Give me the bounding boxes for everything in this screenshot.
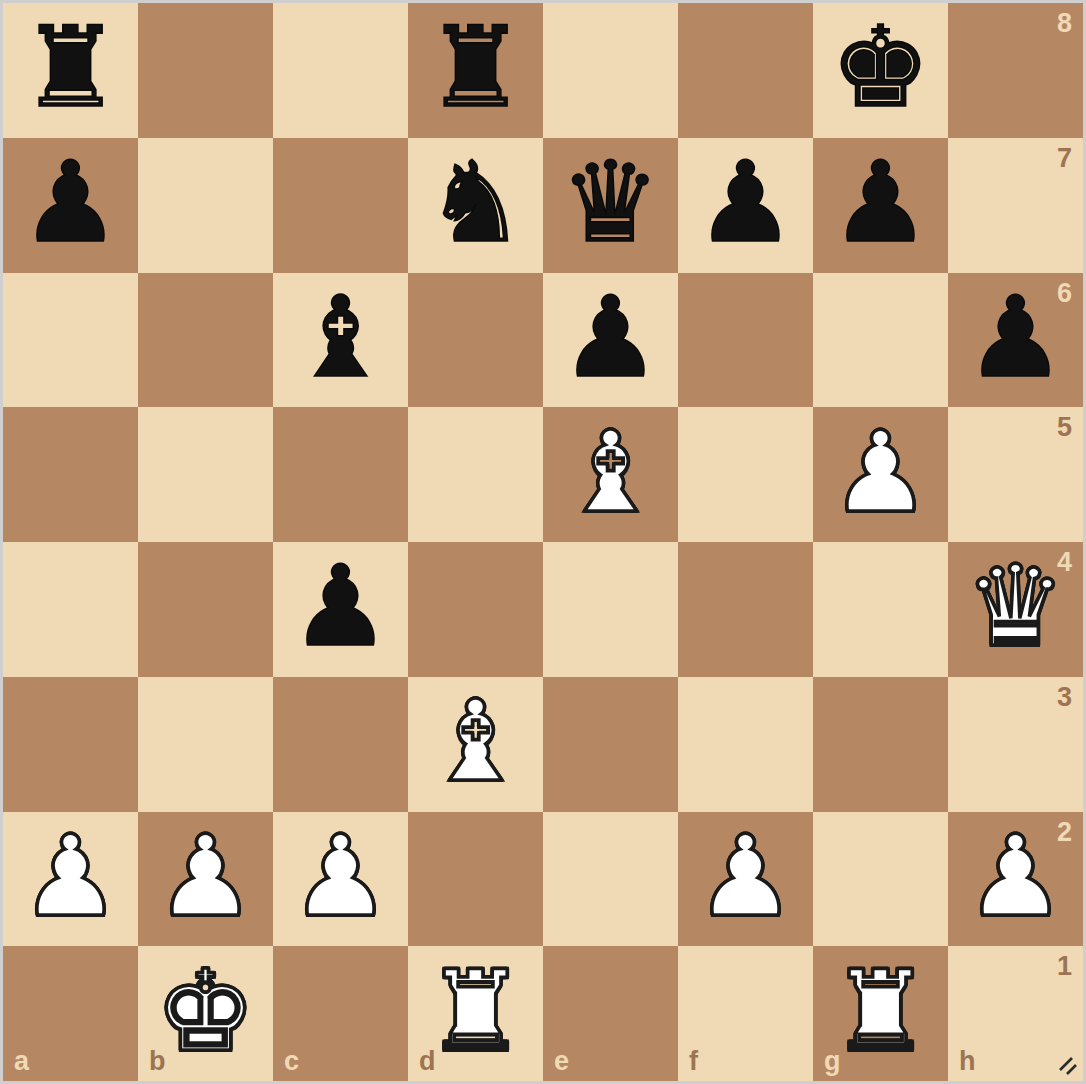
square-c4[interactable]: ♟	[273, 542, 408, 677]
square-g7[interactable]: ♟	[813, 138, 948, 273]
square-e7[interactable]: ♛	[543, 138, 678, 273]
square-b6[interactable]	[138, 273, 273, 408]
square-e8[interactable]	[543, 3, 678, 138]
square-c6[interactable]: ♝	[273, 273, 408, 408]
square-f1[interactable]: f	[678, 946, 813, 1081]
black-pawn[interactable]: ♟	[543, 273, 678, 408]
square-d4[interactable]	[408, 542, 543, 677]
square-d2[interactable]	[408, 812, 543, 947]
resize-handle-icon[interactable]	[1057, 1055, 1079, 1077]
white-king[interactable]: ♚	[138, 946, 273, 1081]
square-a5[interactable]	[3, 407, 138, 542]
square-g3[interactable]	[813, 677, 948, 812]
file-label-f: f	[689, 1048, 698, 1075]
square-d5[interactable]	[408, 407, 543, 542]
square-f8[interactable]	[678, 3, 813, 138]
square-d6[interactable]	[408, 273, 543, 408]
white-pawn[interactable]: ♟	[3, 812, 138, 947]
square-c2[interactable]: ♟	[273, 812, 408, 947]
square-e5[interactable]: ♝	[543, 407, 678, 542]
white-pawn[interactable]: ♟	[678, 812, 813, 947]
square-f4[interactable]	[678, 542, 813, 677]
square-d7[interactable]: ♞	[408, 138, 543, 273]
square-h7[interactable]: 7	[948, 138, 1083, 273]
white-rook[interactable]: ♜	[408, 946, 543, 1081]
square-g4[interactable]	[813, 542, 948, 677]
square-h6[interactable]: 6♟	[948, 273, 1083, 408]
square-a4[interactable]	[3, 542, 138, 677]
rank-label-8: 8	[1057, 10, 1072, 37]
square-a6[interactable]	[3, 273, 138, 408]
square-c8[interactable]	[273, 3, 408, 138]
white-bishop[interactable]: ♝	[408, 677, 543, 812]
black-bishop[interactable]: ♝	[273, 273, 408, 408]
square-f2[interactable]: ♟	[678, 812, 813, 947]
square-g1[interactable]: g♜	[813, 946, 948, 1081]
square-a8[interactable]: ♜	[3, 3, 138, 138]
square-a1[interactable]: a	[3, 946, 138, 1081]
square-h4[interactable]: 4♛	[948, 542, 1083, 677]
black-king[interactable]: ♚	[813, 3, 948, 138]
black-pawn[interactable]: ♟	[3, 138, 138, 273]
square-a3[interactable]	[3, 677, 138, 812]
square-b3[interactable]	[138, 677, 273, 812]
white-pawn[interactable]: ♟	[813, 407, 948, 542]
file-label-h: h	[959, 1048, 976, 1075]
square-f6[interactable]	[678, 273, 813, 408]
white-rook[interactable]: ♜	[813, 946, 948, 1081]
rank-label-7: 7	[1057, 145, 1072, 172]
square-f3[interactable]	[678, 677, 813, 812]
square-d8[interactable]: ♜	[408, 3, 543, 138]
square-f5[interactable]	[678, 407, 813, 542]
black-pawn[interactable]: ♟	[273, 542, 408, 677]
square-c5[interactable]	[273, 407, 408, 542]
square-b1[interactable]: b♚	[138, 946, 273, 1081]
square-g2[interactable]	[813, 812, 948, 947]
white-bishop[interactable]: ♝	[543, 407, 678, 542]
white-queen[interactable]: ♛	[948, 542, 1083, 677]
square-c1[interactable]: c	[273, 946, 408, 1081]
square-b2[interactable]: ♟	[138, 812, 273, 947]
chess-board: ♜♜♚8♟♞♛♟♟7♝♟6♟♝♟5♟4♛♝3♟♟♟♟2♟ab♚cd♜efg♜1h	[3, 3, 1083, 1081]
black-rook[interactable]: ♜	[408, 3, 543, 138]
black-rook[interactable]: ♜	[3, 3, 138, 138]
white-pawn[interactable]: ♟	[273, 812, 408, 947]
rank-label-3: 3	[1057, 684, 1072, 711]
black-pawn[interactable]: ♟	[678, 138, 813, 273]
square-b5[interactable]	[138, 407, 273, 542]
square-h2[interactable]: 2♟	[948, 812, 1083, 947]
square-b7[interactable]	[138, 138, 273, 273]
rank-label-5: 5	[1057, 414, 1072, 441]
file-label-c: c	[284, 1048, 299, 1075]
square-c7[interactable]	[273, 138, 408, 273]
square-h5[interactable]: 5	[948, 407, 1083, 542]
file-label-e: e	[554, 1048, 569, 1075]
square-d3[interactable]: ♝	[408, 677, 543, 812]
square-c3[interactable]	[273, 677, 408, 812]
black-queen[interactable]: ♛	[543, 138, 678, 273]
square-e6[interactable]: ♟	[543, 273, 678, 408]
white-pawn[interactable]: ♟	[138, 812, 273, 947]
square-a7[interactable]: ♟	[3, 138, 138, 273]
square-b4[interactable]	[138, 542, 273, 677]
square-g5[interactable]: ♟	[813, 407, 948, 542]
square-f7[interactable]: ♟	[678, 138, 813, 273]
square-a2[interactable]: ♟	[3, 812, 138, 947]
square-h3[interactable]: 3	[948, 677, 1083, 812]
square-b8[interactable]	[138, 3, 273, 138]
square-e2[interactable]	[543, 812, 678, 947]
square-e1[interactable]: e	[543, 946, 678, 1081]
chess-board-frame: ♜♜♚8♟♞♛♟♟7♝♟6♟♝♟5♟4♛♝3♟♟♟♟2♟ab♚cd♜efg♜1h	[0, 0, 1086, 1084]
file-label-a: a	[14, 1048, 29, 1075]
square-d1[interactable]: d♜	[408, 946, 543, 1081]
rank-label-1: 1	[1057, 953, 1072, 980]
black-pawn[interactable]: ♟	[813, 138, 948, 273]
square-g8[interactable]: ♚	[813, 3, 948, 138]
square-e4[interactable]	[543, 542, 678, 677]
black-pawn[interactable]: ♟	[948, 273, 1083, 408]
black-knight[interactable]: ♞	[408, 138, 543, 273]
square-h8[interactable]: 8	[948, 3, 1083, 138]
square-e3[interactable]	[543, 677, 678, 812]
square-g6[interactable]	[813, 273, 948, 408]
white-pawn[interactable]: ♟	[948, 812, 1083, 947]
